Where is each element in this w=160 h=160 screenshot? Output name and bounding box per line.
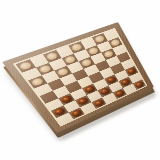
- checkers-board: [2, 22, 154, 133]
- photo-canvas: [0, 0, 160, 160]
